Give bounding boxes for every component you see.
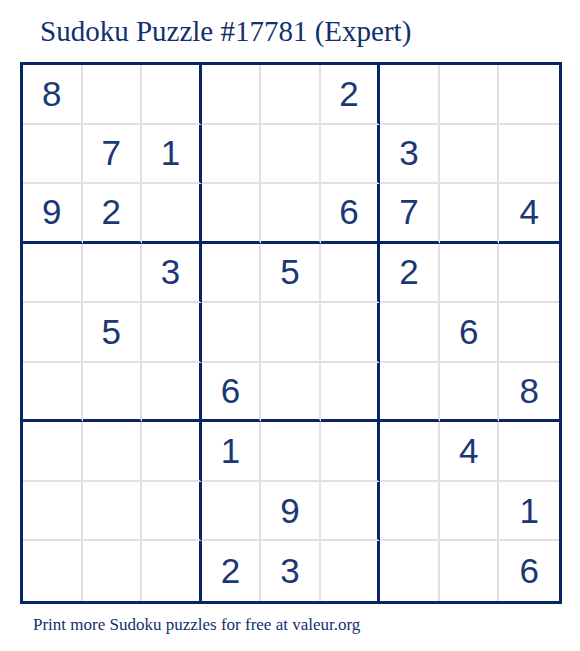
cell-r3c1[interactable]: 9 [23,184,83,244]
cell-r4c8[interactable] [440,244,500,304]
cell-r9c8[interactable] [440,541,500,601]
cell-r2c6[interactable] [321,125,381,185]
cell-r8c9[interactable]: 1 [499,482,559,542]
cell-r7c2[interactable] [83,422,143,482]
cell-r9c7[interactable] [380,541,440,601]
cell-r2c9[interactable] [499,125,559,185]
cell-r8c6[interactable] [321,482,381,542]
cell-r4c6[interactable] [321,244,381,304]
cell-r1c3[interactable] [142,65,202,125]
page-title: Sudoku Puzzle #17781 (Expert) [40,16,411,48]
cell-r6c7[interactable] [380,363,440,423]
cell-r5c1[interactable] [23,303,83,363]
cell-r7c4[interactable]: 1 [202,422,262,482]
cell-r3c8[interactable] [440,184,500,244]
cell-r2c4[interactable] [202,125,262,185]
sudoku-grid: 827139267435256681491236 [20,62,562,604]
footer-text: Print more Sudoku puzzles for free at va… [33,615,360,635]
cell-r9c9[interactable]: 6 [499,541,559,601]
cell-r4c5[interactable]: 5 [261,244,321,304]
cell-r3c7[interactable]: 7 [380,184,440,244]
cell-r3c3[interactable] [142,184,202,244]
cell-r7c8[interactable]: 4 [440,422,500,482]
cell-r3c5[interactable] [261,184,321,244]
cell-r3c9[interactable]: 4 [499,184,559,244]
cell-r2c2[interactable]: 7 [83,125,143,185]
cell-r6c1[interactable] [23,363,83,423]
cell-r8c5[interactable]: 9 [261,482,321,542]
cell-r1c1[interactable]: 8 [23,65,83,125]
cell-r7c5[interactable] [261,422,321,482]
cell-r7c1[interactable] [23,422,83,482]
cell-r4c3[interactable]: 3 [142,244,202,304]
cell-r7c9[interactable] [499,422,559,482]
cell-r5c6[interactable] [321,303,381,363]
cell-r7c7[interactable] [380,422,440,482]
cell-r4c2[interactable] [83,244,143,304]
cell-r4c4[interactable] [202,244,262,304]
cell-r6c9[interactable]: 8 [499,363,559,423]
cell-r7c3[interactable] [142,422,202,482]
cell-r3c2[interactable]: 2 [83,184,143,244]
cell-r5c3[interactable] [142,303,202,363]
cell-r4c1[interactable] [23,244,83,304]
cell-r1c9[interactable] [499,65,559,125]
cell-r5c2[interactable]: 5 [83,303,143,363]
cell-r6c5[interactable] [261,363,321,423]
cell-r1c6[interactable]: 2 [321,65,381,125]
cell-r3c6[interactable]: 6 [321,184,381,244]
cell-r5c8[interactable]: 6 [440,303,500,363]
cell-r1c2[interactable] [83,65,143,125]
cell-r2c3[interactable]: 1 [142,125,202,185]
cell-r4c9[interactable] [499,244,559,304]
cell-r4c7[interactable]: 2 [380,244,440,304]
cell-r9c3[interactable] [142,541,202,601]
cell-r6c3[interactable] [142,363,202,423]
cell-r5c9[interactable] [499,303,559,363]
cell-r1c7[interactable] [380,65,440,125]
cell-r5c5[interactable] [261,303,321,363]
cell-r6c2[interactable] [83,363,143,423]
cell-r1c5[interactable] [261,65,321,125]
cell-r2c5[interactable] [261,125,321,185]
cell-r8c4[interactable] [202,482,262,542]
cell-r8c2[interactable] [83,482,143,542]
cell-r8c7[interactable] [380,482,440,542]
cell-r1c8[interactable] [440,65,500,125]
cell-r6c6[interactable] [321,363,381,423]
cell-r8c8[interactable] [440,482,500,542]
cell-r8c3[interactable] [142,482,202,542]
cell-r9c6[interactable] [321,541,381,601]
cell-r9c5[interactable]: 3 [261,541,321,601]
cell-r7c6[interactable] [321,422,381,482]
cell-r6c4[interactable]: 6 [202,363,262,423]
cell-r2c1[interactable] [23,125,83,185]
cell-r9c4[interactable]: 2 [202,541,262,601]
cell-r9c1[interactable] [23,541,83,601]
cell-r5c4[interactable] [202,303,262,363]
cell-r9c2[interactable] [83,541,143,601]
cell-r6c8[interactable] [440,363,500,423]
cell-r8c1[interactable] [23,482,83,542]
cell-r2c7[interactable]: 3 [380,125,440,185]
cell-r1c4[interactable] [202,65,262,125]
cell-r2c8[interactable] [440,125,500,185]
cell-r3c4[interactable] [202,184,262,244]
cell-r5c7[interactable] [380,303,440,363]
